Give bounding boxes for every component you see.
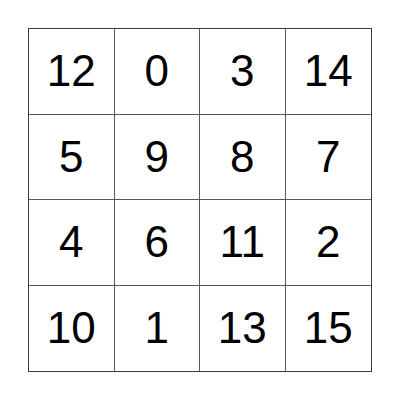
cell-r3c3[interactable]: 11 [200,200,286,286]
cell-r4c3[interactable]: 13 [200,286,286,372]
cell-r4c1[interactable]: 10 [29,286,115,372]
cell-r1c4[interactable]: 14 [286,29,372,115]
cell-r4c4[interactable]: 15 [286,286,372,372]
cell-r3c1[interactable]: 4 [29,200,115,286]
cell-r2c2[interactable]: 9 [115,115,201,201]
cell-r1c2[interactable]: 0 [115,29,201,115]
puzzle-board: 1203145987461121011315 [28,28,372,372]
cell-r4c2[interactable]: 1 [115,286,201,372]
cell-r2c4[interactable]: 7 [286,115,372,201]
cell-r2c3[interactable]: 8 [200,115,286,201]
cell-r2c1[interactable]: 5 [29,115,115,201]
cell-r3c2[interactable]: 6 [115,200,201,286]
cell-r1c3[interactable]: 3 [200,29,286,115]
cell-r1c1[interactable]: 12 [29,29,115,115]
cell-r3c4[interactable]: 2 [286,200,372,286]
